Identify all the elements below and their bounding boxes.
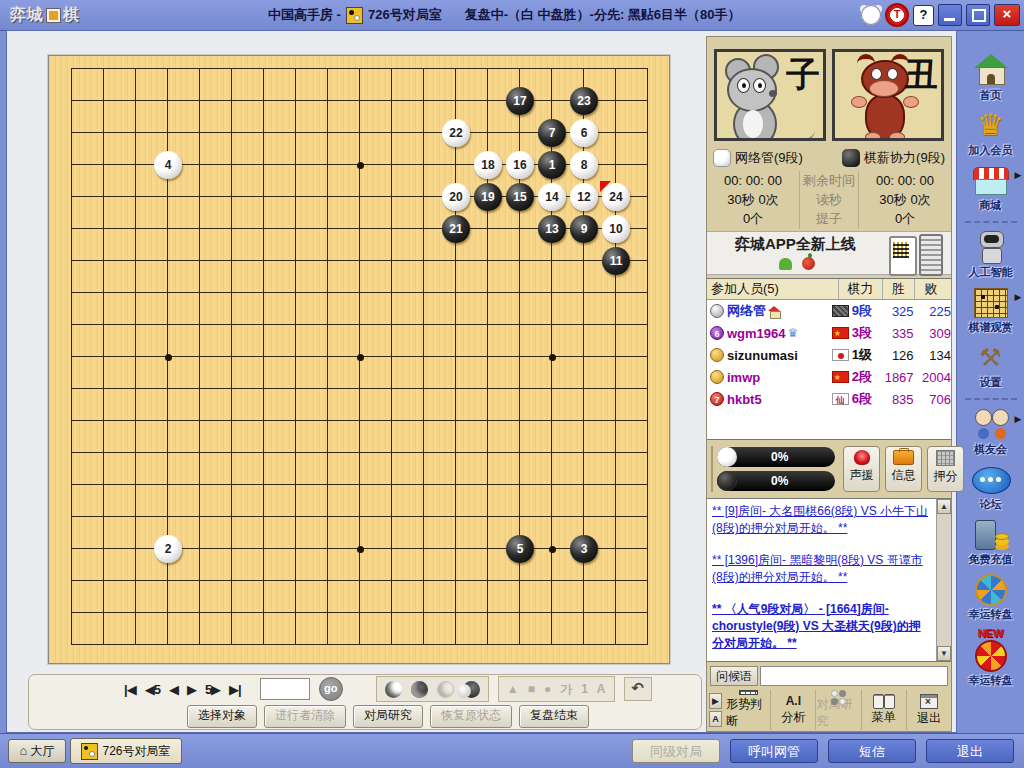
markup-glyph-5[interactable]: A (597, 682, 606, 696)
clock-panel: 00: 00: 00 30秒 0次 0个 剩余时间 读秒 提子 00: 00: … (707, 171, 951, 229)
participants-table: 参加人员(5) 棋力 胜 败 网络管9段3252256wgm1964♛★3段33… (707, 278, 951, 440)
stone-N15[interactable]: 20 (442, 183, 470, 211)
sidebar-item-幸运转盘[interactable]: 幸运转盘 (960, 573, 1022, 622)
participant-row[interactable]: sizunumasi1级126134 (707, 344, 951, 366)
nav-last-button[interactable]: ▶| (229, 682, 241, 697)
stone-S13[interactable]: 11 (602, 247, 630, 275)
white-player-avatar: 子 (714, 49, 826, 141)
stone-D4[interactable]: 2 (154, 535, 182, 563)
markup-glyph-1[interactable]: ■ (528, 682, 535, 696)
lobby-tab[interactable]: ⌂ 大厅 (8, 739, 66, 763)
replay-control-panel: |◀ ◀5 ◀ ▶ 5▶ ▶| go ▲■●가1A ↶ 选择对象 进行者清除 对… (28, 674, 702, 730)
stone-R16[interactable]: 8 (570, 151, 598, 179)
participant-name: 网络管 (727, 302, 766, 320)
stone-D16[interactable]: 4 (154, 151, 182, 179)
ai-icon: A.I (786, 694, 801, 708)
star-point (357, 162, 364, 169)
support-section: 0% 0% 声援 信息 押分 (707, 443, 951, 495)
sidebar-label: 商城 (980, 198, 1002, 213)
restore-state-button[interactable]: 恢复原状态 (430, 705, 512, 728)
ai-analysis-button[interactable]: A.I 分析 (770, 690, 815, 730)
room-tiger-icon (346, 7, 363, 24)
grid-calc-icon (739, 690, 758, 695)
game-status: 复盘中-（白 中盘胜）-分先: 黑贴6目半（80手） (465, 6, 741, 24)
toolbox-icon (893, 450, 914, 465)
participant-losses: 134 (914, 348, 951, 363)
right-sidebar: 首页♛加入会员▶商城人工智能▶棋谱观赏⚒设置▶棋友会论坛免费充值幸运转盘NEW幸… (957, 30, 1024, 733)
sidebar-label: 设置 (980, 375, 1002, 390)
chat-message[interactable]: ** [1396]房间- 黑暗黎明(8段) VS 哥谭市(8段)的押分对局开始。… (712, 552, 932, 587)
participant-name-cell: wgm1964♛ (727, 326, 832, 341)
undo-button[interactable]: ↶ (624, 677, 652, 701)
stone-P18[interactable]: 17 (506, 87, 534, 115)
zodiac-ox-character: 丑 (904, 52, 938, 98)
participant-losses: 225 (914, 304, 951, 319)
sidebar-label: 论坛 (980, 497, 1002, 512)
white-player-name: 网络管(9段) (735, 149, 803, 167)
stone-R15[interactable]: 12 (570, 183, 598, 211)
participant-losses: 309 (914, 326, 951, 341)
qr-code-phone (889, 236, 917, 276)
show-faint-stone-icon[interactable] (437, 681, 454, 698)
black-player-avatar: 丑 (832, 49, 944, 141)
house-icon (768, 306, 781, 317)
go-button[interactable]: go (319, 677, 343, 701)
white-support-percent: 0% (771, 450, 788, 464)
participant-wins: 325 (880, 304, 914, 319)
black-clock: 00: 00: 00 30秒 0次 0个 (859, 171, 951, 229)
tygem-badge-icon[interactable]: T (885, 3, 909, 27)
rose-icon (854, 450, 870, 465)
info-button[interactable]: 信息 (885, 446, 922, 492)
go-board-grid[interactable]: 123456789101112131415161718192021222324 (71, 68, 648, 645)
participant-losses: 2004 (914, 370, 951, 385)
people-icon (972, 408, 1010, 442)
participant-name-cell: sizunumasi (727, 348, 832, 363)
rank-medal-icon (710, 304, 724, 318)
white-support-bar: 0% (717, 447, 835, 467)
participant-row[interactable]: 网络管9段325225 (707, 300, 951, 322)
last-move-marker (600, 181, 611, 192)
end-review-button[interactable]: 复盘结束 (519, 705, 589, 728)
sidebar-label: 人工智能 (969, 265, 1013, 280)
room-name: 726号对局室 (368, 6, 442, 24)
app-banner[interactable]: 弈城APP全新上线 (707, 231, 951, 275)
participant-row[interactable]: 7hkbt5仙6段835706 (707, 388, 951, 410)
participant-row[interactable]: 6wgm1964♛★3段335309 (707, 322, 951, 344)
china-flag-icon: ★ (832, 327, 849, 339)
black-support-bar: 0% (717, 471, 835, 491)
sidebar-divider (965, 398, 1017, 400)
white-byoyomi: 30秒 0次 (707, 190, 799, 209)
stone-Q14[interactable]: 13 (538, 215, 566, 243)
logo-go-icon (46, 8, 61, 23)
clock-labels: 剩余时间 读秒 提子 (799, 171, 859, 229)
help-icon[interactable]: ? (913, 5, 934, 26)
stone-R18[interactable]: 23 (570, 87, 598, 115)
expand-arrow-icon: ▶ (1015, 170, 1022, 180)
sidebar-item-商城[interactable]: ▶商城 (960, 164, 1022, 213)
wheel-red-icon (975, 640, 1007, 672)
sidebar-label: 免费充值 (969, 552, 1013, 567)
participant-rank: 2段 (852, 368, 880, 386)
stone-S15[interactable]: 24 (602, 183, 630, 211)
expand-arrow-icon: ▶ (1015, 292, 1022, 302)
stone-P16[interactable]: 16 (506, 151, 534, 179)
sidebar-item-论坛[interactable]: 论坛 (960, 463, 1022, 512)
black-captures: 0个 (859, 209, 951, 228)
stone-O15[interactable]: 19 (474, 183, 502, 211)
markup-glyph-3[interactable]: 가 (560, 681, 572, 698)
participant-name-cell: imwp (727, 370, 832, 385)
participant-name-cell: hkbt5 (727, 392, 832, 407)
shop-icon (972, 164, 1010, 198)
sidebar-label: 幸运转盘 (969, 673, 1013, 688)
chat-input[interactable] (760, 666, 948, 686)
participant-wins: 126 (880, 348, 914, 363)
room-tab[interactable]: 726号对局室 (70, 738, 182, 764)
four-stones-icon (830, 690, 847, 695)
black-support-percent: 0% (771, 474, 788, 488)
white-time: 00: 00: 00 (707, 171, 799, 190)
sidebar-item-设置[interactable]: ⚒设置 (960, 341, 1022, 390)
rank-medal-icon (710, 348, 724, 362)
star-point (549, 354, 556, 361)
stone-P15[interactable]: 15 (506, 183, 534, 211)
sidebar-item-首页[interactable]: 首页 (960, 54, 1022, 103)
room-tab-tiger-icon (81, 743, 98, 760)
participant-row[interactable]: imwp★2段18672004 (707, 366, 951, 388)
white-support-knob (717, 447, 737, 467)
logo-text-suffix: 棋 (63, 5, 80, 26)
greeting-button[interactable]: 问候语 (710, 666, 758, 686)
zodiac-rat-character: 子 (786, 52, 820, 98)
participants-header: 参加人员(5) 棋力 胜 败 (707, 279, 951, 300)
sidebar-label: 幸运转盘 (969, 607, 1013, 622)
stone-R17[interactable]: 6 (570, 119, 598, 147)
sidebar-item-加入会员[interactable]: ♛加入会员 (960, 109, 1022, 158)
stone-N14[interactable]: 21 (442, 215, 470, 243)
stone-O16[interactable]: 18 (474, 151, 502, 179)
white-captures: 0个 (707, 209, 799, 228)
scroll-up-icon[interactable]: ▲ (937, 499, 951, 514)
sidebar-label: 首页 (980, 88, 1002, 103)
white-clock: 00: 00: 00 30秒 0次 0个 (707, 171, 799, 229)
participant-wins: 335 (880, 326, 914, 341)
minimize-button[interactable] (938, 4, 962, 26)
cheer-button[interactable]: 声援 (843, 446, 880, 492)
android-icon (779, 258, 792, 270)
close-button[interactable]: × (994, 4, 1020, 26)
robot-icon (972, 231, 1010, 265)
stone-N17[interactable]: 22 (442, 119, 470, 147)
peer-game-button[interactable]: 同级对局 (632, 739, 720, 763)
go-board[interactable]: 123456789101112131415161718192021222324 (48, 55, 670, 664)
app-banner-text: 弈城APP全新上线 (735, 235, 856, 254)
participant-name: wgm1964 (727, 326, 786, 341)
apple-icon (802, 257, 815, 270)
markup-glyph-2[interactable]: ● (544, 682, 551, 696)
window-title: 中国高手房 - 726号对局室 复盘中-（白 中盘胜）-分先: 黑贴6目半（80… (268, 6, 741, 24)
black-byoyomi: 30秒 0次 (859, 190, 951, 209)
game-info-panel: 子 丑 网络管(9段) 棋薪协力(9段) 00: 00: 00 30秒 0次 0… (706, 36, 952, 732)
exit-room-button[interactable]: 退出 (906, 690, 951, 730)
rank-medal-icon (710, 370, 724, 384)
chat-messages: ** [9]房间- 大名围棋66(8段) VS 小牛下山(8段)的押分对局开始。… (707, 499, 936, 661)
mascot-mouse-icon[interactable] (861, 5, 881, 25)
expand-arrow-icon: ▶ (1015, 414, 1022, 424)
stone-display-options (376, 676, 489, 702)
stone-S14[interactable]: 10 (602, 215, 630, 243)
participant-name: imwp (727, 370, 760, 385)
black-support-knob (717, 471, 737, 491)
participant-wins: 1867 (880, 370, 914, 385)
logo-text-prefix: 弈城 (10, 5, 44, 26)
forum-icon (972, 463, 1010, 497)
player-names: 网络管(9段) 棋薪协力(9段) (707, 147, 951, 169)
white-stone-icon (713, 149, 731, 167)
japan-flag-icon (832, 349, 849, 361)
black-player-name: 棋薪协力(9段) (864, 149, 945, 167)
chat-scrollbar[interactable]: ▲ ▼ (936, 499, 951, 661)
nav-back5-button[interactable]: ◀5 (145, 682, 160, 697)
font-mini-button[interactable]: A (709, 711, 722, 727)
participant-wins: 835 (880, 392, 914, 407)
star-point (357, 354, 364, 361)
abacus-icon (936, 450, 955, 466)
stone-Q16[interactable]: 1 (538, 151, 566, 179)
participant-rank: 9段 (852, 302, 880, 320)
participant-rank: 1级 (852, 346, 880, 364)
sidebar-label: 棋谱观赏 (969, 320, 1013, 335)
app-logo: 弈城棋 (10, 5, 80, 26)
star-point (549, 546, 556, 553)
sidebar-item-免费充值[interactable]: 免费充值 (960, 518, 1022, 567)
scroll-down-icon[interactable]: ▼ (937, 646, 951, 661)
menu-button[interactable]: 菜单 (861, 690, 906, 730)
star-point (357, 546, 364, 553)
nav-back-button[interactable]: ◀ (169, 682, 178, 697)
black-stone-icon (842, 149, 860, 167)
lobby-house-icon: ⌂ (20, 745, 28, 757)
player-avatars: 子 丑 (707, 49, 951, 145)
greeting-row: 问候语 (707, 665, 951, 687)
sidebar-divider (965, 221, 1017, 223)
territory-estimate-button[interactable]: 形势判断 (726, 690, 770, 730)
chat-message[interactable]: ** [9]房间- 大名围棋66(8段) VS 小牛下山(8段)的押分对局开始。… (712, 503, 932, 538)
rank-medal-icon: 7 (710, 392, 724, 406)
stone-R14[interactable]: 9 (570, 215, 598, 243)
show-both-stones-icon[interactable] (463, 681, 480, 698)
room-prefix: 中国高手房 - (268, 6, 341, 24)
game-research-tool-button[interactable]: 对局研究 (815, 690, 860, 730)
select-object-button[interactable]: 选择对象 (187, 705, 257, 728)
exit-window-icon (920, 694, 938, 709)
nav-forward-button[interactable]: ▶ (187, 682, 196, 697)
markup-glyph-0[interactable]: ▲ (507, 682, 519, 696)
house-icon (972, 54, 1010, 88)
participant-name: hkbt5 (727, 392, 762, 407)
maximize-button[interactable] (966, 4, 990, 26)
admin-flag-icon (832, 305, 849, 317)
game-research-button[interactable]: 对局研究 (353, 705, 423, 728)
call-admin-button[interactable]: 呼叫网管 (730, 739, 818, 763)
participant-rank: 3段 (852, 324, 880, 342)
rank-medal-icon: 6 (710, 326, 724, 340)
markup-tools: ▲■●가1A (498, 676, 615, 702)
crown-icon: ♛ (788, 327, 799, 339)
sidebar-label: 加入会员 (969, 143, 1013, 158)
sidebar-item-幸运转盘[interactable]: NEW幸运转盘 (960, 628, 1022, 688)
participants-body: 网络管9段3252256wgm1964♛★3段335309sizunumasi1… (707, 300, 951, 410)
nav-first-button[interactable]: |◀ (124, 682, 136, 697)
expand-mini-button[interactable]: ▶ (709, 693, 722, 709)
markup-glyph-4[interactable]: 1 (581, 682, 588, 696)
participant-rank: 6段 (852, 390, 880, 408)
stone-R4[interactable]: 3 (570, 535, 598, 563)
crown-icon: ♛ (972, 109, 1010, 143)
bottom-taskbar: ⌂ 大厅 726号对局室 同级对局 呼叫网管 短信 退出 (0, 733, 1024, 768)
phone-image (919, 234, 943, 276)
new-badge: NEW (978, 628, 1004, 639)
exit-button[interactable]: 退出 (926, 739, 1014, 763)
participant-name-cell: 网络管 (727, 302, 832, 320)
stone-P4[interactable]: 5 (506, 535, 534, 563)
sidebar-label: 棋友会 (974, 442, 1007, 457)
participant-name: sizunumasi (727, 348, 798, 363)
sms-button[interactable]: 短信 (828, 739, 916, 763)
clear-presenter-button[interactable]: 进行者清除 (264, 705, 346, 728)
goboard-icon (974, 288, 1008, 318)
nav-forward5-button[interactable]: 5▶ (205, 682, 220, 697)
stone-Q17[interactable]: 7 (538, 119, 566, 147)
show-black-last-icon[interactable] (411, 681, 428, 698)
stone-Q15[interactable]: 14 (538, 183, 566, 211)
wheel-blue-icon (975, 574, 1007, 606)
app-window: 弈城棋 中国高手房 - 726号对局室 复盘中-（白 中盘胜）-分先: 黑贴6目… (0, 0, 1024, 768)
title-bar: 弈城棋 中国高手房 - 726号对局室 复盘中-（白 中盘胜）-分先: 黑贴6目… (0, 0, 1024, 31)
show-white-last-icon[interactable] (385, 681, 402, 698)
china-flag-icon: ★ (832, 371, 849, 383)
xian-flag-icon: 仙 (832, 393, 849, 405)
sidebar-item-棋友会[interactable]: ▶棋友会 (960, 408, 1022, 457)
sidebar-item-棋谱观赏[interactable]: ▶棋谱观赏 (960, 286, 1022, 335)
room-toolbar: ▶ A 形势判断 A.I 分析 对局研究 菜单 退出 (707, 689, 951, 731)
participant-losses: 706 (914, 392, 951, 407)
sidebar-item-人工智能[interactable]: 人工智能 (960, 231, 1022, 280)
chat-panel: ** [9]房间- 大名围棋66(8段) VS 小牛下山(8段)的押分对局开始。… (707, 498, 951, 662)
black-time: 00: 00: 00 (859, 171, 951, 190)
book-icon (873, 694, 895, 708)
move-number-input[interactable] (260, 678, 310, 700)
star-point (165, 354, 172, 361)
panel-grip[interactable] (711, 446, 713, 492)
charge-icon (972, 518, 1010, 552)
tools-icon: ⚒ (972, 341, 1010, 375)
chat-message[interactable]: ** 〈人气9段对局〉 - [1664]房间- chorustyle(9段) V… (712, 601, 932, 653)
